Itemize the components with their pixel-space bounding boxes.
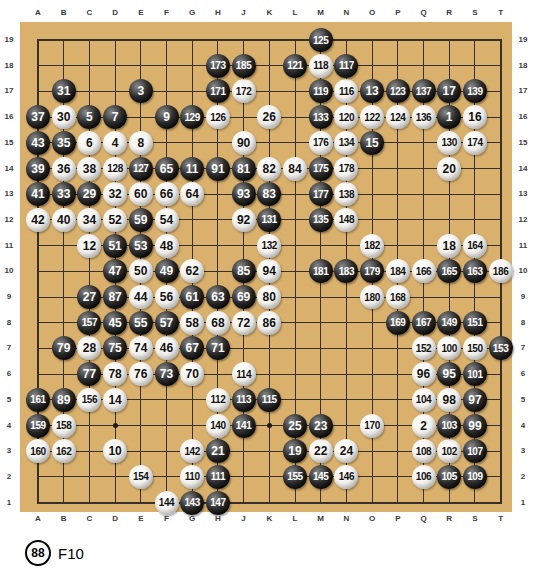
stone-black-175-M14: 175 — [309, 157, 333, 181]
row-label-right-16: 16 — [513, 112, 533, 122]
col-label-bottom-R: R — [439, 514, 459, 524]
stone-white-134-N15: 134 — [334, 131, 358, 155]
stone-black-81-J14: 81 — [232, 157, 256, 181]
stone-black-107-S3: 107 — [463, 439, 487, 463]
row-label-left-13: 13 — [0, 189, 19, 199]
stone-black-185-J18: 185 — [232, 54, 256, 78]
stone-black-11-G14: 11 — [180, 157, 204, 181]
stone-black-25-L4: 25 — [283, 414, 307, 438]
stone-white-174-S15: 174 — [463, 131, 487, 155]
stone-black-19-L3: 19 — [283, 439, 307, 463]
stone-white-152-Q7: 152 — [412, 336, 436, 360]
col-label-bottom-A: A — [28, 514, 48, 524]
stone-white-132-K11: 132 — [257, 234, 281, 258]
stone-black-179-O10: 179 — [360, 259, 384, 283]
row-label-left-4: 4 — [0, 421, 19, 431]
stone-white-142-G3: 142 — [180, 439, 204, 463]
stone-black-161-A5: 161 — [26, 388, 50, 412]
stone-white-28-C7: 28 — [77, 336, 101, 360]
stone-white-106-Q2: 106 — [412, 465, 436, 489]
stone-white-156-C5: 156 — [77, 388, 101, 412]
stone-black-125-M19: 125 — [309, 28, 333, 52]
row-label-right-6: 6 — [513, 369, 533, 379]
row-label-left-11: 11 — [0, 241, 19, 251]
stone-black-151-S8: 151 — [463, 311, 487, 335]
stone-black-71-H7: 71 — [206, 336, 230, 360]
row-label-left-2: 2 — [0, 472, 19, 482]
row-label-left-5: 5 — [0, 395, 19, 405]
stone-white-8-E15: 8 — [129, 131, 153, 155]
stone-black-97-S5: 97 — [463, 388, 487, 412]
stone-black-27-C9: 27 — [77, 285, 101, 309]
stone-black-41-A13: 41 — [26, 182, 50, 206]
row-label-left-17: 17 — [0, 86, 19, 96]
stone-white-180-O9: 180 — [360, 285, 384, 309]
row-label-left-3: 3 — [0, 446, 19, 456]
stone-black-7-D16: 7 — [103, 105, 127, 129]
stone-black-57-F8: 57 — [155, 311, 179, 335]
stone-black-171-H17: 171 — [206, 79, 230, 103]
stone-white-36-B14: 36 — [52, 157, 76, 181]
stone-white-104-Q5: 104 — [412, 388, 436, 412]
stone-black-183-N10: 183 — [334, 259, 358, 283]
stone-white-98-R5: 98 — [437, 388, 461, 412]
stone-white-84-L14: 84 — [283, 157, 307, 181]
stone-black-51-D11: 51 — [103, 234, 127, 258]
stone-white-62-G10: 62 — [180, 259, 204, 283]
stone-black-131-K12: 131 — [257, 208, 281, 232]
stone-black-15-O15: 15 — [360, 131, 384, 155]
stone-white-80-K9: 80 — [257, 285, 281, 309]
stone-black-113-J5: 113 — [232, 388, 256, 412]
row-label-left-19: 19 — [0, 35, 19, 45]
stone-black-5-C16: 5 — [77, 105, 101, 129]
stone-white-24-N3: 24 — [334, 439, 358, 463]
stone-white-166-Q10: 166 — [412, 259, 436, 283]
stone-black-181-M10: 181 — [309, 259, 333, 283]
col-label-top-J: J — [234, 8, 254, 18]
col-label-top-H: H — [208, 8, 228, 18]
stone-black-163-S10: 163 — [463, 259, 487, 283]
row-label-right-7: 7 — [513, 343, 533, 353]
stone-white-144-F1: 144 — [155, 491, 179, 515]
row-label-left-15: 15 — [0, 138, 19, 148]
row-label-right-19: 19 — [513, 35, 533, 45]
col-label-top-D: D — [105, 8, 125, 18]
stone-black-29-C13: 29 — [77, 182, 101, 206]
stone-black-127-E14: 127 — [129, 157, 153, 181]
stone-black-93-J13: 93 — [232, 182, 256, 206]
col-label-bottom-T: T — [491, 514, 511, 524]
stone-black-177-M13: 177 — [309, 182, 333, 206]
stone-black-165-R10: 165 — [437, 259, 461, 283]
stone-white-184-P10: 184 — [386, 259, 410, 283]
col-label-top-G: G — [182, 8, 202, 18]
stone-black-75-D7: 75 — [103, 336, 127, 360]
col-label-bottom-F: F — [157, 514, 177, 524]
col-label-bottom-D: D — [105, 514, 125, 524]
stone-white-16-S16: 16 — [463, 105, 487, 129]
stone-black-145-M2: 145 — [309, 465, 333, 489]
stone-white-2-Q4: 2 — [412, 414, 436, 438]
stone-black-35-B15: 35 — [52, 131, 76, 155]
stone-white-170-O4: 170 — [360, 414, 384, 438]
col-label-top-L: L — [285, 8, 305, 18]
row-label-left-16: 16 — [0, 112, 19, 122]
col-label-bottom-E: E — [131, 514, 151, 524]
row-label-right-3: 3 — [513, 446, 533, 456]
stone-black-39-A14: 39 — [26, 157, 50, 181]
row-label-left-12: 12 — [0, 215, 19, 225]
stone-black-129-G16: 129 — [180, 105, 204, 129]
stone-white-168-P9: 168 — [386, 285, 410, 309]
stone-white-186-T10: 186 — [489, 259, 513, 283]
stone-black-149-R8: 149 — [437, 311, 461, 335]
stone-white-82-K14: 82 — [257, 157, 281, 181]
stone-white-14-D5: 14 — [103, 388, 127, 412]
row-label-right-9: 9 — [513, 292, 533, 302]
stone-white-30-B16: 30 — [52, 105, 76, 129]
stone-white-130-R15: 130 — [437, 131, 461, 155]
stone-black-63-H9: 63 — [206, 285, 230, 309]
row-label-right-14: 14 — [513, 164, 533, 174]
stone-black-17-R17: 17 — [437, 79, 461, 103]
stone-white-78-D6: 78 — [103, 362, 127, 386]
stone-white-32-D13: 32 — [103, 182, 127, 206]
stone-white-138-N13: 138 — [334, 182, 358, 206]
stone-black-67-G7: 67 — [180, 336, 204, 360]
stone-black-23-M4: 23 — [309, 414, 333, 438]
stone-black-49-F10: 49 — [155, 259, 179, 283]
stone-black-33-B13: 33 — [52, 182, 76, 206]
move-caption: 88 F10 — [25, 539, 84, 567]
stone-black-47-D10: 47 — [103, 259, 127, 283]
stone-white-110-G2: 110 — [180, 465, 204, 489]
stone-white-162-B3: 162 — [52, 439, 76, 463]
star-point-K4 — [267, 423, 272, 428]
stone-black-135-M12: 135 — [309, 208, 333, 232]
stone-black-21-H3: 21 — [206, 439, 230, 463]
stone-black-167-Q8: 167 — [412, 311, 436, 335]
row-label-left-7: 7 — [0, 343, 19, 353]
stone-white-176-M15: 176 — [309, 131, 333, 155]
col-label-top-T: T — [491, 8, 511, 18]
stone-black-173-H18: 173 — [206, 54, 230, 78]
stone-white-90-J15: 90 — [232, 131, 256, 155]
col-label-top-S: S — [465, 8, 485, 18]
grid-hline — [37, 502, 502, 504]
col-label-top-P: P — [388, 8, 408, 18]
row-label-left-1: 1 — [0, 498, 19, 508]
stone-white-34-C12: 34 — [77, 208, 101, 232]
caption-point-label: F10 — [58, 545, 84, 562]
stone-white-6-C15: 6 — [77, 131, 101, 155]
stone-black-59-E12: 59 — [129, 208, 153, 232]
stone-white-112-H5: 112 — [206, 388, 230, 412]
row-label-right-8: 8 — [513, 318, 533, 328]
stone-black-141-J4: 141 — [232, 414, 256, 438]
stone-black-91-H14: 91 — [206, 157, 230, 181]
stone-white-102-R3: 102 — [437, 439, 461, 463]
stone-white-12-C11: 12 — [77, 234, 101, 258]
stone-black-115-K5: 115 — [257, 388, 281, 412]
stone-black-1-R16: 1 — [437, 105, 461, 129]
stone-black-77-C6: 77 — [77, 362, 101, 386]
stone-white-58-G8: 58 — [180, 311, 204, 335]
col-label-bottom-Q: Q — [414, 514, 434, 524]
stone-white-86-K8: 86 — [257, 311, 281, 335]
col-label-bottom-M: M — [311, 514, 331, 524]
stone-white-182-O11: 182 — [360, 234, 384, 258]
stone-black-43-A15: 43 — [26, 131, 50, 155]
board-grid: 1234567891011121314151617181920212223242… — [38, 40, 501, 503]
stone-black-133-M16: 133 — [309, 105, 333, 129]
stone-white-94-K10: 94 — [257, 259, 281, 283]
stone-black-105-R2: 105 — [437, 465, 461, 489]
stone-white-74-E7: 74 — [129, 336, 153, 360]
col-label-bottom-O: O — [362, 514, 382, 524]
stone-white-76-E6: 76 — [129, 362, 153, 386]
stone-black-53-E11: 53 — [129, 234, 153, 258]
stone-black-65-F14: 65 — [155, 157, 179, 181]
col-label-top-M: M — [311, 8, 331, 18]
stone-white-158-B4: 158 — [52, 414, 76, 438]
stone-black-55-E8: 55 — [129, 311, 153, 335]
stone-black-169-P8: 169 — [386, 311, 410, 335]
row-label-left-8: 8 — [0, 318, 19, 328]
col-label-top-B: B — [54, 8, 74, 18]
col-label-bottom-J: J — [234, 514, 254, 524]
stone-black-137-Q17: 137 — [412, 79, 436, 103]
stone-white-148-N12: 148 — [334, 208, 358, 232]
stone-white-26-K16: 26 — [257, 105, 281, 129]
stone-white-60-E13: 60 — [129, 182, 153, 206]
stone-white-72-J8: 72 — [232, 311, 256, 335]
go-kifu-diagram: 1234567891011121314151617181920212223242… — [0, 0, 540, 578]
stone-black-153-T7: 153 — [489, 336, 513, 360]
row-label-right-17: 17 — [513, 86, 533, 96]
stone-white-42-A12: 42 — [26, 208, 50, 232]
stone-white-18-R11: 18 — [437, 234, 461, 258]
stone-black-85-J10: 85 — [232, 259, 256, 283]
stone-white-122-O16: 122 — [360, 105, 384, 129]
stone-white-44-E9: 44 — [129, 285, 153, 309]
col-label-bottom-N: N — [336, 514, 356, 524]
go-board: 1234567891011121314151617181920212223242… — [20, 22, 512, 512]
row-label-right-5: 5 — [513, 395, 533, 405]
stone-white-52-D12: 52 — [103, 208, 127, 232]
row-label-right-15: 15 — [513, 138, 533, 148]
stone-black-139-S17: 139 — [463, 79, 487, 103]
stone-white-164-S11: 164 — [463, 234, 487, 258]
stone-white-124-P16: 124 — [386, 105, 410, 129]
col-label-top-N: N — [336, 8, 356, 18]
stone-white-38-C14: 38 — [77, 157, 101, 181]
stone-black-111-H2: 111 — [206, 465, 230, 489]
stone-white-120-N16: 120 — [334, 105, 358, 129]
stone-white-70-G6: 70 — [180, 362, 204, 386]
col-label-top-A: A — [28, 8, 48, 18]
stone-black-119-M17: 119 — [309, 79, 333, 103]
stone-black-103-R4: 103 — [437, 414, 461, 438]
row-label-right-1: 1 — [513, 498, 533, 508]
stone-white-64-G13: 64 — [180, 182, 204, 206]
row-label-right-12: 12 — [513, 215, 533, 225]
stone-white-178-N14: 178 — [334, 157, 358, 181]
stone-white-92-J12: 92 — [232, 208, 256, 232]
stone-black-9-F16: 9 — [155, 105, 179, 129]
stone-black-121-L18: 121 — [283, 54, 307, 78]
col-label-bottom-B: B — [54, 514, 74, 524]
stone-white-150-S7: 150 — [463, 336, 487, 360]
stone-black-101-S6: 101 — [463, 362, 487, 386]
stone-black-95-R6: 95 — [437, 362, 461, 386]
star-point-D4 — [113, 423, 118, 428]
stone-black-31-B17: 31 — [52, 79, 76, 103]
row-label-right-4: 4 — [513, 421, 533, 431]
stone-white-140-H4: 140 — [206, 414, 230, 438]
stone-black-99-S4: 99 — [463, 414, 487, 438]
col-label-bottom-H: H — [208, 514, 228, 524]
stone-white-126-H16: 126 — [206, 105, 230, 129]
stone-black-89-B5: 89 — [52, 388, 76, 412]
stone-white-128-D14: 128 — [103, 157, 127, 181]
stone-white-146-N2: 146 — [334, 465, 358, 489]
stone-white-66-F13: 66 — [155, 182, 179, 206]
row-label-right-18: 18 — [513, 61, 533, 71]
stone-black-3-E17: 3 — [129, 79, 153, 103]
stone-white-118-M18: 118 — [309, 54, 333, 78]
col-label-top-F: F — [157, 8, 177, 18]
stone-white-114-J6: 114 — [232, 362, 256, 386]
col-label-bottom-S: S — [465, 514, 485, 524]
row-label-left-6: 6 — [0, 369, 19, 379]
caption-white-stone-88: 88 — [25, 540, 51, 566]
col-label-top-K: K — [259, 8, 279, 18]
stone-white-20-R14: 20 — [437, 157, 461, 181]
row-label-left-9: 9 — [0, 292, 19, 302]
col-label-top-C: C — [79, 8, 99, 18]
stone-white-160-A3: 160 — [26, 439, 50, 463]
stone-black-61-G9: 61 — [180, 285, 204, 309]
col-label-bottom-P: P — [388, 514, 408, 524]
stone-black-159-A4: 159 — [26, 414, 50, 438]
col-label-bottom-G: G — [182, 514, 202, 524]
stone-white-54-F12: 54 — [155, 208, 179, 232]
col-label-bottom-K: K — [259, 514, 279, 524]
row-label-right-10: 10 — [513, 266, 533, 276]
stone-black-69-J9: 69 — [232, 285, 256, 309]
stone-white-96-Q6: 96 — [412, 362, 436, 386]
stone-white-154-E2: 154 — [129, 465, 153, 489]
stone-white-4-D15: 4 — [103, 131, 127, 155]
stone-black-157-C8: 157 — [77, 311, 101, 335]
stone-black-147-H1: 147 — [206, 491, 230, 515]
col-label-top-Q: Q — [414, 8, 434, 18]
stone-white-10-D3: 10 — [103, 439, 127, 463]
row-label-left-14: 14 — [0, 164, 19, 174]
stone-white-48-F11: 48 — [155, 234, 179, 258]
col-label-top-O: O — [362, 8, 382, 18]
stone-black-83-K13: 83 — [257, 182, 281, 206]
stone-white-50-E10: 50 — [129, 259, 153, 283]
stone-black-37-A16: 37 — [26, 105, 50, 129]
col-label-top-R: R — [439, 8, 459, 18]
stone-black-143-G1: 143 — [180, 491, 204, 515]
stone-black-117-N18: 117 — [334, 54, 358, 78]
stone-black-109-S2: 109 — [463, 465, 487, 489]
stone-white-40-B12: 40 — [52, 208, 76, 232]
col-label-bottom-L: L — [285, 514, 305, 524]
stone-white-22-M3: 22 — [309, 439, 333, 463]
row-label-right-11: 11 — [513, 241, 533, 251]
stone-white-100-R7: 100 — [437, 336, 461, 360]
row-label-right-2: 2 — [513, 472, 533, 482]
stone-black-45-D8: 45 — [103, 311, 127, 335]
stone-black-13-O17: 13 — [360, 79, 384, 103]
col-label-top-E: E — [131, 8, 151, 18]
stone-white-116-N17: 116 — [334, 79, 358, 103]
stone-black-73-F6: 73 — [155, 362, 179, 386]
stone-black-123-P17: 123 — [386, 79, 410, 103]
stone-white-46-F7: 46 — [155, 336, 179, 360]
row-label-left-18: 18 — [0, 61, 19, 71]
col-label-bottom-C: C — [79, 514, 99, 524]
row-label-right-13: 13 — [513, 189, 533, 199]
stone-white-108-Q3: 108 — [412, 439, 436, 463]
stone-white-56-F9: 56 — [155, 285, 179, 309]
stone-white-68-H8: 68 — [206, 311, 230, 335]
stone-white-136-Q16: 136 — [412, 105, 436, 129]
stone-black-79-B7: 79 — [52, 336, 76, 360]
stone-black-87-D9: 87 — [103, 285, 127, 309]
stone-white-172-J17: 172 — [232, 79, 256, 103]
row-label-left-10: 10 — [0, 266, 19, 276]
stone-black-155-L2: 155 — [283, 465, 307, 489]
